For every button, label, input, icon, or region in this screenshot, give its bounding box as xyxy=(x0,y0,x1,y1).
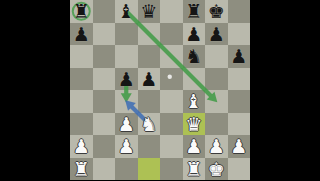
piece-layer: ♜♝♛♜♚♟♟♟♞♟♟♟♝♟♞♛♟♟♟♟♟♜♜♚ xyxy=(70,0,250,180)
piece-white-queen-f3[interactable]: ♛ xyxy=(183,113,206,136)
piece-white-pawn-g2[interactable]: ♟ xyxy=(205,135,228,158)
piece-black-pawn-a7[interactable]: ♟ xyxy=(70,23,93,46)
letterbox-left xyxy=(0,0,70,180)
chess-board: ♜♝♛♜♚♟♟♟♞♟♟♟♝♟♞♛♟♟♟♟♟♜♜♚ xyxy=(70,0,250,180)
video-frame: ♜♝♛♜♚♟♟♟♞♟♟♟♝♟♞♛♟♟♟♟♟♜♜♚ xyxy=(0,0,320,180)
piece-black-queen-d8[interactable]: ♛ xyxy=(138,0,161,23)
piece-white-pawn-f2[interactable]: ♟ xyxy=(183,135,206,158)
piece-black-rook-f8[interactable]: ♜ xyxy=(183,0,206,23)
piece-black-pawn-f7[interactable]: ♟ xyxy=(183,23,206,46)
piece-white-pawn-a2[interactable]: ♟ xyxy=(70,135,93,158)
piece-black-king-g8[interactable]: ♚ xyxy=(205,0,228,23)
piece-white-pawn-c2[interactable]: ♟ xyxy=(115,135,138,158)
piece-black-knight-f6[interactable]: ♞ xyxy=(183,45,206,68)
piece-white-rook-f1[interactable]: ♜ xyxy=(183,158,206,181)
letterbox-right xyxy=(250,0,320,180)
piece-white-bishop-f4[interactable]: ♝ xyxy=(183,90,206,113)
piece-black-rook-a8[interactable]: ♜ xyxy=(70,0,93,23)
piece-black-pawn-d5[interactable]: ♟ xyxy=(138,68,161,91)
piece-white-rook-a1[interactable]: ♜ xyxy=(70,158,93,181)
piece-black-pawn-h6[interactable]: ♟ xyxy=(228,45,251,68)
piece-white-pawn-c3[interactable]: ♟ xyxy=(115,113,138,136)
piece-white-pawn-h2[interactable]: ♟ xyxy=(228,135,251,158)
piece-black-bishop-c8[interactable]: ♝ xyxy=(115,0,138,23)
piece-black-pawn-c5[interactable]: ♟ xyxy=(115,68,138,91)
piece-white-knight-d3[interactable]: ♞ xyxy=(138,113,161,136)
piece-black-pawn-g7[interactable]: ♟ xyxy=(205,23,228,46)
piece-white-king-g1[interactable]: ♚ xyxy=(205,158,228,181)
